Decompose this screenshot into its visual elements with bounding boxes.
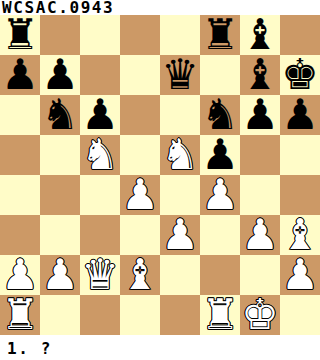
square-c4[interactable] (80, 175, 120, 215)
black-rook-icon: ♜ (1, 15, 39, 55)
black-knight-icon: ♞ (201, 95, 239, 135)
square-g3[interactable]: ♟ (240, 215, 280, 255)
square-h6[interactable]: ♟ (280, 95, 320, 135)
white-knight-icon: ♞ (161, 135, 199, 175)
black-queen-icon: ♛ (161, 55, 199, 95)
square-g7[interactable]: ♝ (240, 55, 280, 95)
square-g2[interactable] (240, 255, 280, 295)
square-g6[interactable]: ♟ (240, 95, 280, 135)
square-e5[interactable]: ♞ (160, 135, 200, 175)
square-f4[interactable]: ♟ (200, 175, 240, 215)
square-a2[interactable]: ♟ (0, 255, 40, 295)
white-queen-icon: ♛ (81, 255, 119, 295)
square-a8[interactable]: ♜ (0, 15, 40, 55)
square-d5[interactable] (120, 135, 160, 175)
square-c8[interactable] (80, 15, 120, 55)
square-h2[interactable]: ♟ (280, 255, 320, 295)
black-knight-icon: ♞ (41, 95, 79, 135)
square-c5[interactable]: ♞ (80, 135, 120, 175)
square-c3[interactable] (80, 215, 120, 255)
square-f2[interactable] (200, 255, 240, 295)
white-pawn-icon: ♟ (241, 215, 279, 255)
black-pawn-icon: ♟ (41, 55, 79, 95)
square-b8[interactable] (40, 15, 80, 55)
square-e6[interactable] (160, 95, 200, 135)
title-bar: WCSAC.0943 (0, 0, 320, 15)
square-d6[interactable] (120, 95, 160, 135)
square-b2[interactable]: ♟ (40, 255, 80, 295)
white-pawn-icon: ♟ (1, 255, 39, 295)
black-pawn-icon: ♟ (201, 135, 239, 175)
white-pawn-icon: ♟ (161, 215, 199, 255)
white-pawn-icon: ♟ (201, 175, 239, 215)
black-pawn-icon: ♟ (281, 95, 319, 135)
square-h3[interactable]: ♝ (280, 215, 320, 255)
black-rook-icon: ♜ (201, 15, 239, 55)
white-pawn-icon: ♟ (121, 175, 159, 215)
square-e8[interactable] (160, 15, 200, 55)
square-h8[interactable] (280, 15, 320, 55)
square-h7[interactable]: ♚ (280, 55, 320, 95)
square-e1[interactable] (160, 295, 200, 335)
black-bishop-icon: ♝ (241, 55, 279, 95)
square-d1[interactable] (120, 295, 160, 335)
square-g5[interactable] (240, 135, 280, 175)
white-pawn-icon: ♟ (41, 255, 79, 295)
black-pawn-icon: ♟ (81, 95, 119, 135)
square-f3[interactable] (200, 215, 240, 255)
move-prompt: 1. ? (7, 339, 52, 358)
square-f8[interactable]: ♜ (200, 15, 240, 55)
square-b1[interactable] (40, 295, 80, 335)
white-rook-icon: ♜ (201, 295, 239, 335)
square-d3[interactable] (120, 215, 160, 255)
square-g4[interactable] (240, 175, 280, 215)
square-a1[interactable]: ♜ (0, 295, 40, 335)
square-d2[interactable]: ♝ (120, 255, 160, 295)
white-bishop-icon: ♝ (281, 215, 319, 255)
square-a4[interactable] (0, 175, 40, 215)
white-pawn-icon: ♟ (281, 255, 319, 295)
square-e7[interactable]: ♛ (160, 55, 200, 95)
square-c2[interactable]: ♛ (80, 255, 120, 295)
square-e4[interactable] (160, 175, 200, 215)
square-d4[interactable]: ♟ (120, 175, 160, 215)
square-f7[interactable] (200, 55, 240, 95)
square-c1[interactable] (80, 295, 120, 335)
square-b3[interactable] (40, 215, 80, 255)
square-d7[interactable] (120, 55, 160, 95)
black-pawn-icon: ♟ (241, 95, 279, 135)
square-a3[interactable] (0, 215, 40, 255)
diagram-title: WCSAC.0943 (0, 0, 114, 15)
white-bishop-icon: ♝ (121, 255, 159, 295)
black-king-icon: ♚ (281, 55, 319, 95)
square-e3[interactable]: ♟ (160, 215, 200, 255)
white-king-icon: ♚ (241, 295, 279, 335)
square-a5[interactable] (0, 135, 40, 175)
square-h4[interactable] (280, 175, 320, 215)
square-b4[interactable] (40, 175, 80, 215)
square-b7[interactable]: ♟ (40, 55, 80, 95)
square-f6[interactable]: ♞ (200, 95, 240, 135)
square-e2[interactable] (160, 255, 200, 295)
white-rook-icon: ♜ (1, 295, 39, 335)
chess-board: ♜♜♝♟♟♛♝♚♞♟♞♟♟♞♞♟♟♟♟♟♝♟♟♛♝♟♜♜♚ (0, 15, 320, 335)
black-bishop-icon: ♝ (241, 15, 279, 55)
square-c6[interactable]: ♟ (80, 95, 120, 135)
white-knight-icon: ♞ (81, 135, 119, 175)
square-g8[interactable]: ♝ (240, 15, 280, 55)
black-pawn-icon: ♟ (1, 55, 39, 95)
square-h5[interactable] (280, 135, 320, 175)
square-a7[interactable]: ♟ (0, 55, 40, 95)
square-b6[interactable]: ♞ (40, 95, 80, 135)
square-c7[interactable] (80, 55, 120, 95)
square-f1[interactable]: ♜ (200, 295, 240, 335)
square-b5[interactable] (40, 135, 80, 175)
square-h1[interactable] (280, 295, 320, 335)
square-d8[interactable] (120, 15, 160, 55)
square-f5[interactable]: ♟ (200, 135, 240, 175)
square-g1[interactable]: ♚ (240, 295, 280, 335)
square-a6[interactable] (0, 95, 40, 135)
move-prompt-bar: 1. ? (0, 335, 320, 360)
